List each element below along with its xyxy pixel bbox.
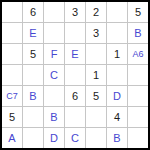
cell-r5c7[interactable] bbox=[128, 86, 148, 106]
cell-r5c6[interactable]: D bbox=[107, 86, 127, 106]
cell-r3c7[interactable]: A6 bbox=[128, 44, 148, 64]
cell-r1c4[interactable]: 3 bbox=[65, 2, 85, 22]
cell-r1c6[interactable] bbox=[107, 2, 127, 22]
cell-r3c5[interactable] bbox=[86, 44, 106, 64]
cell-r3c4[interactable]: E bbox=[65, 44, 85, 64]
cell-r4c3[interactable]: C bbox=[44, 65, 64, 85]
cell-r7c2[interactable] bbox=[23, 128, 43, 148]
cell-r7c1[interactable]: A bbox=[2, 128, 22, 148]
cell-r6c1[interactable]: 5 bbox=[2, 107, 22, 127]
cell-r1c7[interactable]: 5 bbox=[128, 2, 148, 22]
cell-r5c4[interactable]: 6 bbox=[65, 86, 85, 106]
cell-r1c3[interactable] bbox=[44, 2, 64, 22]
cell-r1c5[interactable]: 2 bbox=[86, 2, 106, 22]
sudoku-grid: 6325E3B5FE1A6C1C7B65D5B4ADCB bbox=[0, 0, 150, 150]
cell-r5c2[interactable]: B bbox=[23, 86, 43, 106]
cell-r1c2[interactable]: 6 bbox=[23, 2, 43, 22]
cell-r3c6[interactable]: 1 bbox=[107, 44, 127, 64]
cell-r6c2[interactable] bbox=[23, 107, 43, 127]
cell-r6c3[interactable]: B bbox=[44, 107, 64, 127]
cell-r5c5[interactable]: 5 bbox=[86, 86, 106, 106]
cell-r2c5[interactable]: 3 bbox=[86, 23, 106, 43]
cell-r3c3[interactable]: F bbox=[44, 44, 64, 64]
cell-r3c2[interactable]: 5 bbox=[23, 44, 43, 64]
cell-r2c2[interactable]: E bbox=[23, 23, 43, 43]
cell-r2c6[interactable] bbox=[107, 23, 127, 43]
cell-r3c1[interactable] bbox=[2, 44, 22, 64]
cell-r4c7[interactable] bbox=[128, 65, 148, 85]
cell-r2c3[interactable] bbox=[44, 23, 64, 43]
cell-r4c1[interactable] bbox=[2, 65, 22, 85]
cell-r2c4[interactable] bbox=[65, 23, 85, 43]
cell-r5c1[interactable]: C7 bbox=[2, 86, 22, 106]
cell-r7c3[interactable]: D bbox=[44, 128, 64, 148]
cell-r7c4[interactable]: C bbox=[65, 128, 85, 148]
cell-r7c5[interactable] bbox=[86, 128, 106, 148]
cell-r2c7[interactable]: B bbox=[128, 23, 148, 43]
cell-r2c1[interactable] bbox=[2, 23, 22, 43]
cell-r4c4[interactable] bbox=[65, 65, 85, 85]
cell-r4c2[interactable] bbox=[23, 65, 43, 85]
cell-r6c6[interactable]: 4 bbox=[107, 107, 127, 127]
cell-r6c7[interactable] bbox=[128, 107, 148, 127]
cell-r4c5[interactable]: 1 bbox=[86, 65, 106, 85]
cell-r6c4[interactable] bbox=[65, 107, 85, 127]
cell-r7c6[interactable]: B bbox=[107, 128, 127, 148]
cell-r4c6[interactable] bbox=[107, 65, 127, 85]
cell-r6c5[interactable] bbox=[86, 107, 106, 127]
cell-r7c7[interactable] bbox=[128, 128, 148, 148]
cell-r5c3[interactable] bbox=[44, 86, 64, 106]
cell-r1c1[interactable] bbox=[2, 2, 22, 22]
puzzle-board-wrapper: 6325E3B5FE1A6C1C7B65D5B4ADCB bbox=[0, 0, 150, 150]
